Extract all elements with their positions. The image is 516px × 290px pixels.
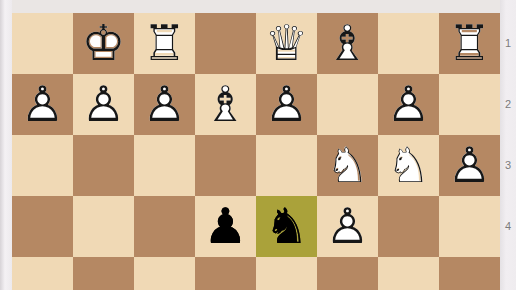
chess-board: ♚♔♜♖♛♕♝♗♜♖♟♙♟♙♟♙♝♗♟♙♟♙♞♘♞♘♟♙♟♟♞♞♟♙ xyxy=(12,13,500,290)
black-knight-d4[interactable]: ♞♞ xyxy=(256,196,317,257)
rank-label-4: 4 xyxy=(501,220,515,233)
square-b3[interactable]: ♞♘ xyxy=(378,135,439,196)
square-c5[interactable] xyxy=(317,257,378,290)
white-pawn-a3[interactable]: ♟♙ xyxy=(439,135,500,196)
white-pawn-b2[interactable]: ♟♙ xyxy=(378,74,439,135)
square-f1[interactable]: ♜♖ xyxy=(134,13,195,74)
rank-label-3: 3 xyxy=(501,159,515,172)
square-b5[interactable] xyxy=(378,257,439,290)
white-bishop-c1[interactable]: ♝♗ xyxy=(317,13,378,74)
square-d4[interactable]: ♞♞ xyxy=(256,196,317,257)
rank-label-2: 2 xyxy=(501,98,515,111)
square-h5[interactable] xyxy=(12,257,73,290)
white-queen-d1[interactable]: ♛♕ xyxy=(256,13,317,74)
square-g4[interactable] xyxy=(73,196,134,257)
square-e2[interactable]: ♝♗ xyxy=(195,74,256,135)
rank-label-1: 1 xyxy=(501,37,515,50)
square-b2[interactable]: ♟♙ xyxy=(378,74,439,135)
square-a2[interactable] xyxy=(439,74,500,135)
square-e4[interactable]: ♟♟ xyxy=(195,196,256,257)
white-pawn-f2[interactable]: ♟♙ xyxy=(134,74,195,135)
white-rook-f1[interactable]: ♜♖ xyxy=(134,13,195,74)
square-a5[interactable] xyxy=(439,257,500,290)
square-d5[interactable] xyxy=(256,257,317,290)
black-pawn-e4[interactable]: ♟♟ xyxy=(195,196,256,257)
white-pawn-d2[interactable]: ♟♙ xyxy=(256,74,317,135)
square-f2[interactable]: ♟♙ xyxy=(134,74,195,135)
square-g3[interactable] xyxy=(73,135,134,196)
square-e3[interactable] xyxy=(195,135,256,196)
square-h4[interactable] xyxy=(12,196,73,257)
square-c3[interactable]: ♞♘ xyxy=(317,135,378,196)
white-king-g1[interactable]: ♚♔ xyxy=(73,13,134,74)
square-b1[interactable] xyxy=(378,13,439,74)
square-g5[interactable] xyxy=(73,257,134,290)
square-d1[interactable]: ♛♕ xyxy=(256,13,317,74)
square-f5[interactable] xyxy=(134,257,195,290)
white-knight-c3[interactable]: ♞♘ xyxy=(317,135,378,196)
square-e1[interactable] xyxy=(195,13,256,74)
white-pawn-g2[interactable]: ♟♙ xyxy=(73,74,134,135)
square-b4[interactable] xyxy=(378,196,439,257)
square-c2[interactable] xyxy=(317,74,378,135)
square-f4[interactable] xyxy=(134,196,195,257)
square-d2[interactable]: ♟♙ xyxy=(256,74,317,135)
white-pawn-c4[interactable]: ♟♙ xyxy=(317,196,378,257)
square-f3[interactable] xyxy=(134,135,195,196)
square-a4[interactable] xyxy=(439,196,500,257)
square-d3[interactable] xyxy=(256,135,317,196)
page-background-top xyxy=(0,0,516,13)
white-knight-b3[interactable]: ♞♘ xyxy=(378,135,439,196)
white-pawn-h2[interactable]: ♟♙ xyxy=(12,74,73,135)
square-g1[interactable]: ♚♔ xyxy=(73,13,134,74)
square-e5[interactable] xyxy=(195,257,256,290)
white-rook-a1[interactable]: ♜♖ xyxy=(439,13,500,74)
white-bishop-e2[interactable]: ♝♗ xyxy=(195,74,256,135)
square-h1[interactable] xyxy=(12,13,73,74)
page-background-left xyxy=(0,0,12,290)
square-h2[interactable]: ♟♙ xyxy=(12,74,73,135)
square-c1[interactable]: ♝♗ xyxy=(317,13,378,74)
square-h3[interactable] xyxy=(12,135,73,196)
square-a3[interactable]: ♟♙ xyxy=(439,135,500,196)
square-a1[interactable]: ♜♖ xyxy=(439,13,500,74)
square-g2[interactable]: ♟♙ xyxy=(73,74,134,135)
chess-app-screenshot: ♚♔♜♖♛♕♝♗♜♖♟♙♟♙♟♙♝♗♟♙♟♙♞♘♞♘♟♙♟♟♞♞♟♙ 1234 xyxy=(0,0,516,290)
square-c4[interactable]: ♟♙ xyxy=(317,196,378,257)
